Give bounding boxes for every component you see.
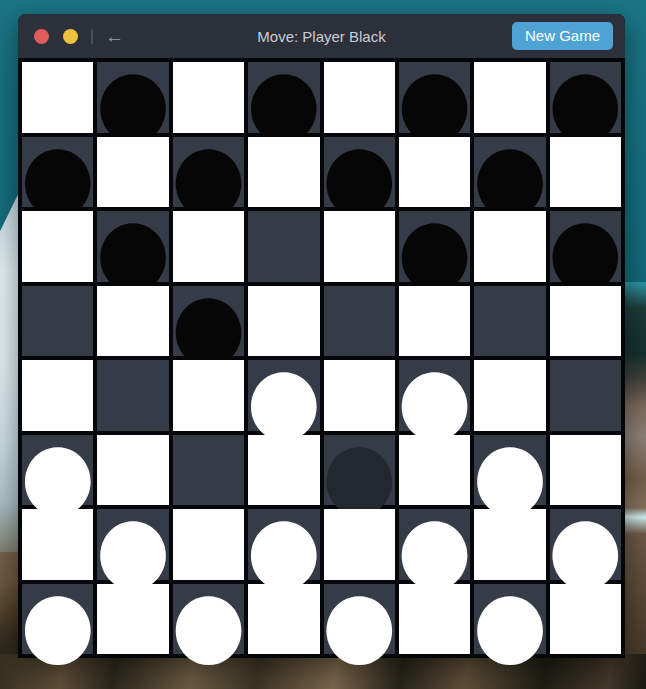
move-hint-piece[interactable]: ●: [324, 437, 395, 511]
light-square: [97, 435, 168, 506]
black-piece[interactable]: ●: [399, 64, 470, 138]
white-piece[interactable]: ●: [399, 511, 470, 585]
light-square: [474, 62, 545, 133]
dark-square[interactable]: ●: [399, 360, 470, 431]
light-square: [324, 211, 395, 282]
black-piece[interactable]: ●: [173, 288, 244, 362]
light-square: [550, 435, 621, 506]
dark-square[interactable]: [474, 286, 545, 357]
dark-square[interactable]: ●: [248, 62, 319, 133]
light-square: [248, 435, 319, 506]
light-square: [173, 211, 244, 282]
new-game-button[interactable]: New Game: [512, 22, 613, 51]
window-minimize-button[interactable]: [63, 29, 78, 44]
light-square: [550, 286, 621, 357]
dark-square[interactable]: ●: [324, 584, 395, 655]
light-square: [97, 286, 168, 357]
white-piece[interactable]: ●: [173, 586, 244, 660]
dark-square[interactable]: ●: [474, 137, 545, 208]
dark-square[interactable]: ●: [399, 211, 470, 282]
dark-square[interactable]: [173, 435, 244, 506]
dark-square[interactable]: ●: [248, 509, 319, 580]
checkers-board: ●●●●●●●●●●●●●●●●●●●●●●●●●: [18, 58, 625, 658]
light-square: [474, 509, 545, 580]
dark-square[interactable]: ●: [324, 137, 395, 208]
light-square: [97, 584, 168, 655]
background-rocks-right: [622, 282, 646, 658]
dark-square[interactable]: ●: [550, 509, 621, 580]
white-piece[interactable]: ●: [22, 437, 93, 511]
dark-square[interactable]: ●: [399, 62, 470, 133]
white-piece[interactable]: ●: [474, 586, 545, 660]
dark-square[interactable]: [248, 211, 319, 282]
light-square: [22, 360, 93, 431]
black-piece[interactable]: ●: [22, 139, 93, 213]
black-piece[interactable]: ●: [399, 213, 470, 287]
black-piece[interactable]: ●: [173, 139, 244, 213]
dark-square[interactable]: ●: [22, 137, 93, 208]
black-piece[interactable]: ●: [324, 139, 395, 213]
light-square: [474, 211, 545, 282]
light-square: [399, 584, 470, 655]
dark-square[interactable]: ●: [474, 435, 545, 506]
black-piece[interactable]: ●: [97, 213, 168, 287]
dark-square[interactable]: ●: [173, 286, 244, 357]
light-square: [22, 211, 93, 282]
dark-square[interactable]: ●: [324, 435, 395, 506]
light-square: [173, 62, 244, 133]
light-square: [550, 137, 621, 208]
black-piece[interactable]: ●: [474, 139, 545, 213]
game-window: ← Move: Player Black New Game ●●●●●●●●●●…: [18, 14, 625, 658]
dark-square[interactable]: [22, 286, 93, 357]
dark-square[interactable]: ●: [97, 62, 168, 133]
dark-square[interactable]: ●: [474, 584, 545, 655]
light-square: [22, 509, 93, 580]
dark-square[interactable]: ●: [22, 584, 93, 655]
light-square: [248, 584, 319, 655]
light-square: [324, 62, 395, 133]
white-piece[interactable]: ●: [97, 511, 168, 585]
white-piece[interactable]: ●: [550, 511, 621, 585]
light-square: [324, 509, 395, 580]
white-piece[interactable]: ●: [324, 586, 395, 660]
window-close-button[interactable]: [34, 29, 49, 44]
light-square: [399, 137, 470, 208]
dark-square[interactable]: [97, 360, 168, 431]
light-square: [248, 137, 319, 208]
dark-square[interactable]: ●: [22, 435, 93, 506]
back-arrow-icon[interactable]: ←: [105, 27, 124, 46]
white-piece[interactable]: ●: [248, 511, 319, 585]
light-square: [399, 435, 470, 506]
dark-square[interactable]: [324, 286, 395, 357]
black-piece[interactable]: ●: [550, 213, 621, 287]
light-square: [97, 137, 168, 208]
light-square: [474, 360, 545, 431]
dark-square[interactable]: ●: [399, 509, 470, 580]
light-square: [550, 584, 621, 655]
dark-square[interactable]: ●: [550, 211, 621, 282]
light-square: [173, 360, 244, 431]
dark-square[interactable]: ●: [550, 62, 621, 133]
white-piece[interactable]: ●: [474, 437, 545, 511]
white-piece[interactable]: ●: [248, 362, 319, 436]
light-square: [399, 286, 470, 357]
dark-square[interactable]: ●: [173, 584, 244, 655]
dark-square[interactable]: ●: [173, 137, 244, 208]
light-square: [324, 360, 395, 431]
dark-square[interactable]: ●: [97, 211, 168, 282]
dark-square[interactable]: ●: [97, 509, 168, 580]
dark-square[interactable]: [550, 360, 621, 431]
dark-square[interactable]: ●: [248, 360, 319, 431]
black-piece[interactable]: ●: [97, 64, 168, 138]
light-square: [248, 286, 319, 357]
black-piece[interactable]: ●: [248, 64, 319, 138]
light-square: [22, 62, 93, 133]
white-piece[interactable]: ●: [22, 586, 93, 660]
black-piece[interactable]: ●: [550, 64, 621, 138]
titlebar-divider: [91, 29, 93, 44]
white-piece[interactable]: ●: [399, 362, 470, 436]
light-square: [173, 509, 244, 580]
